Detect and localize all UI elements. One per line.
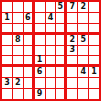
cell-r5c9-empty[interactable]	[89, 46, 99, 56]
cell-r2c4-empty[interactable]	[35, 13, 45, 23]
cell-r7c3-empty[interactable]	[24, 67, 34, 77]
cell-r5c6-empty[interactable]	[56, 46, 66, 56]
cell-r3c6-empty[interactable]	[56, 24, 66, 34]
cell-r1c7-given-7: 7	[67, 2, 77, 12]
cell-r1c2-empty[interactable]	[13, 2, 23, 12]
cell-r3c2-empty[interactable]	[13, 24, 23, 34]
cell-r9c3-empty[interactable]	[24, 89, 34, 99]
cell-r5c8-empty[interactable]	[78, 46, 88, 56]
cell-r7c1-empty[interactable]	[2, 67, 12, 77]
cell-r7c6-empty[interactable]	[56, 67, 66, 77]
cell-r8c5-empty[interactable]	[46, 78, 56, 88]
cell-r9c6-empty[interactable]	[56, 89, 66, 99]
cell-r8c6-empty[interactable]	[56, 78, 66, 88]
cell-r6c9-empty[interactable]	[89, 56, 99, 66]
cell-r9c2-empty[interactable]	[13, 89, 23, 99]
cell-r5c4-empty[interactable]	[35, 46, 45, 56]
cell-r9c9-empty[interactable]	[89, 89, 99, 99]
cell-r1c1-empty[interactable]	[2, 2, 12, 12]
cell-r5c1-empty[interactable]	[2, 46, 12, 56]
cell-r4c6-empty[interactable]	[56, 35, 66, 45]
cell-r3c7-empty[interactable]	[67, 24, 77, 34]
cell-r8c8-empty[interactable]	[78, 78, 88, 88]
cell-r1c3-empty[interactable]	[24, 2, 34, 12]
cell-r2c2-empty[interactable]	[13, 13, 23, 23]
cell-r4c5-empty[interactable]	[46, 35, 56, 45]
cell-r7c9-given-1: 1	[89, 67, 99, 77]
cell-r8c7-empty[interactable]	[67, 78, 77, 88]
cell-r3c4-empty[interactable]	[35, 24, 45, 34]
cell-r6c5-empty[interactable]	[46, 56, 56, 66]
cell-r6c3-empty[interactable]	[24, 56, 34, 66]
cell-r2c6-empty[interactable]	[56, 13, 66, 23]
cell-r4c2-given-8: 8	[13, 35, 23, 45]
cell-r9c8-empty[interactable]	[78, 89, 88, 99]
cell-r4c1-empty[interactable]	[2, 35, 12, 45]
cell-r5c7-given-3: 3	[67, 46, 77, 56]
cell-r3c1-empty[interactable]	[2, 24, 12, 34]
cell-r1c9-empty[interactable]	[89, 2, 99, 12]
cell-r6c8-empty[interactable]	[78, 56, 88, 66]
cell-r6c2-empty[interactable]	[13, 56, 23, 66]
sudoku-board: 57216482531641329	[0, 0, 101, 101]
cell-r2c3-given-6: 6	[24, 13, 34, 23]
cell-r5c5-empty[interactable]	[46, 46, 56, 56]
cell-r6c1-empty[interactable]	[2, 56, 12, 66]
cell-r7c7-empty[interactable]	[67, 67, 77, 77]
cell-r8c1-given-3: 3	[2, 78, 12, 88]
cell-r4c3-empty[interactable]	[24, 35, 34, 45]
cell-r8c3-empty[interactable]	[24, 78, 34, 88]
cell-r4c8-given-5: 5	[78, 35, 88, 45]
cell-r7c5-empty[interactable]	[46, 67, 56, 77]
cell-r1c8-given-2: 2	[78, 2, 88, 12]
cell-r8c2-given-2: 2	[13, 78, 23, 88]
cell-r9c4-given-9: 9	[35, 89, 45, 99]
cell-r3c8-empty[interactable]	[78, 24, 88, 34]
cell-r9c1-empty[interactable]	[2, 89, 12, 99]
cell-r3c5-empty[interactable]	[46, 24, 56, 34]
cell-r7c8-given-4: 4	[78, 67, 88, 77]
cell-r2c5-given-4: 4	[46, 13, 56, 23]
cell-r4c9-empty[interactable]	[89, 35, 99, 45]
cell-r3c3-empty[interactable]	[24, 24, 34, 34]
cell-r9c5-empty[interactable]	[46, 89, 56, 99]
cell-r2c7-empty[interactable]	[67, 13, 77, 23]
cell-r7c2-empty[interactable]	[13, 67, 23, 77]
cell-r4c4-empty[interactable]	[35, 35, 45, 45]
cell-r3c9-empty[interactable]	[89, 24, 99, 34]
cell-r8c9-empty[interactable]	[89, 78, 99, 88]
cell-r1c4-empty[interactable]	[35, 2, 45, 12]
cell-r6c6-empty[interactable]	[56, 56, 66, 66]
cell-r2c1-given-1: 1	[2, 13, 12, 23]
cell-r4c7-given-2: 2	[67, 35, 77, 45]
cell-r7c4-given-6: 6	[35, 67, 45, 77]
cell-r5c2-empty[interactable]	[13, 46, 23, 56]
cell-r2c9-empty[interactable]	[89, 13, 99, 23]
cell-r1c5-empty[interactable]	[46, 2, 56, 12]
cell-r6c4-given-1: 1	[35, 56, 45, 66]
cell-r1c6-given-5: 5	[56, 2, 66, 12]
cell-r9c7-empty[interactable]	[67, 89, 77, 99]
cell-r8c4-empty[interactable]	[35, 78, 45, 88]
cell-r5c3-empty[interactable]	[24, 46, 34, 56]
cell-r6c7-empty[interactable]	[67, 56, 77, 66]
cell-r2c8-empty[interactable]	[78, 13, 88, 23]
